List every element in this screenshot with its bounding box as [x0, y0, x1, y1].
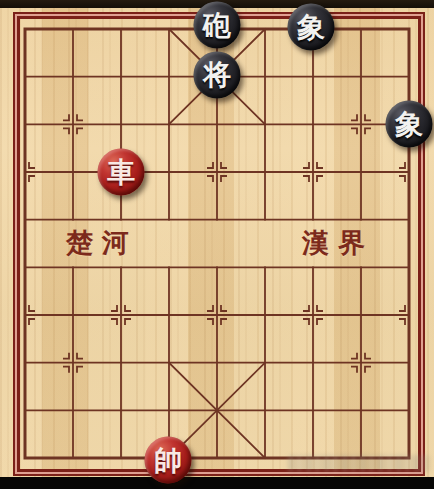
piece-glyph: 象: [297, 13, 325, 41]
piece-red-chariot[interactable]: 車: [98, 149, 145, 196]
piece-glyph: 象: [395, 110, 423, 138]
piece-glyph: 車: [107, 158, 135, 186]
river-label-han-jie: 漢界: [302, 225, 374, 261]
piece-black-elephant-1[interactable]: 象: [288, 4, 335, 51]
piece-glyph: 将: [203, 61, 231, 89]
watermark-blurred-text: [288, 455, 430, 472]
bottom-letterbox-bar: [0, 477, 434, 489]
xiangqi-app-screen: 楚河 漢界 砲将象象車帥: [0, 0, 434, 489]
piece-red-general[interactable]: 帥: [145, 437, 192, 484]
piece-black-general[interactable]: 将: [194, 51, 241, 98]
piece-black-cannon[interactable]: 砲: [194, 2, 241, 49]
river-label-chu-he: 楚河: [66, 225, 138, 261]
piece-glyph: 帥: [154, 446, 182, 474]
piece-black-elephant-2[interactable]: 象: [386, 101, 433, 148]
piece-glyph: 砲: [203, 11, 231, 39]
